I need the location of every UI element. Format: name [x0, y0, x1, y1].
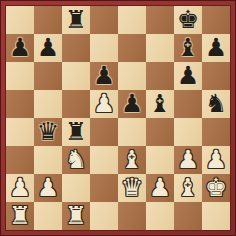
- piece-white-bishop-e3[interactable]: ♝: [121, 147, 143, 174]
- piece-white-pawn-d5[interactable]: ♟: [93, 91, 115, 118]
- square-e6[interactable]: [118, 62, 146, 90]
- piece-white-pawn-g3[interactable]: ♟: [177, 147, 199, 174]
- piece-black-queen-b4[interactable]: ♛: [37, 119, 59, 146]
- piece-black-rook-c4[interactable]: ♜: [65, 119, 87, 146]
- square-g7[interactable]: ♝: [174, 34, 202, 62]
- square-a8[interactable]: [6, 6, 34, 34]
- square-a3[interactable]: [6, 146, 34, 174]
- piece-black-pawn-d6[interactable]: ♟: [93, 63, 115, 90]
- square-d7[interactable]: [90, 34, 118, 62]
- square-e3[interactable]: ♝: [118, 146, 146, 174]
- square-d4[interactable]: [90, 118, 118, 146]
- square-h4[interactable]: [202, 118, 230, 146]
- square-d1[interactable]: [90, 202, 118, 230]
- piece-black-pawn-b7[interactable]: ♟: [37, 35, 59, 62]
- square-h6[interactable]: [202, 62, 230, 90]
- square-b7[interactable]: ♟: [34, 34, 62, 62]
- square-f2[interactable]: ♟: [146, 174, 174, 202]
- square-h1[interactable]: [202, 202, 230, 230]
- square-d6[interactable]: ♟: [90, 62, 118, 90]
- square-g1[interactable]: [174, 202, 202, 230]
- square-f8[interactable]: [146, 6, 174, 34]
- square-b3[interactable]: [34, 146, 62, 174]
- piece-black-knight-h5[interactable]: ♞: [205, 91, 227, 118]
- square-a7[interactable]: ♟: [6, 34, 34, 62]
- square-h8[interactable]: [202, 6, 230, 34]
- piece-black-pawn-g6[interactable]: ♟: [177, 63, 199, 90]
- piece-white-rook-c1[interactable]: ♜: [65, 203, 87, 230]
- piece-white-knight-c3[interactable]: ♞: [65, 147, 87, 174]
- square-c4[interactable]: ♜: [62, 118, 90, 146]
- piece-white-pawn-a2[interactable]: ♟: [9, 175, 31, 202]
- square-d3[interactable]: [90, 146, 118, 174]
- square-a5[interactable]: [6, 90, 34, 118]
- square-b1[interactable]: [34, 202, 62, 230]
- square-g5[interactable]: [174, 90, 202, 118]
- piece-white-rook-a1[interactable]: ♜: [9, 203, 31, 230]
- square-c5[interactable]: [62, 90, 90, 118]
- square-c7[interactable]: [62, 34, 90, 62]
- square-e8[interactable]: [118, 6, 146, 34]
- square-e5[interactable]: ♟: [118, 90, 146, 118]
- square-g6[interactable]: ♟: [174, 62, 202, 90]
- square-g8[interactable]: ♚: [174, 6, 202, 34]
- piece-white-queen-e2[interactable]: ♛: [121, 175, 143, 202]
- square-d5[interactable]: ♟: [90, 90, 118, 118]
- square-d8[interactable]: [90, 6, 118, 34]
- square-c1[interactable]: ♜: [62, 202, 90, 230]
- square-g2[interactable]: ♝: [174, 174, 202, 202]
- piece-black-king-g8[interactable]: ♚: [177, 7, 199, 34]
- square-h2[interactable]: ♚: [202, 174, 230, 202]
- square-e4[interactable]: [118, 118, 146, 146]
- square-c2[interactable]: [62, 174, 90, 202]
- square-c8[interactable]: ♜: [62, 6, 90, 34]
- piece-white-pawn-f2[interactable]: ♟: [149, 175, 171, 202]
- piece-black-bishop-g7[interactable]: ♝: [177, 35, 199, 62]
- square-f5[interactable]: ♝: [146, 90, 174, 118]
- piece-white-pawn-h3[interactable]: ♟: [205, 147, 227, 174]
- square-c3[interactable]: ♞: [62, 146, 90, 174]
- square-g4[interactable]: [174, 118, 202, 146]
- square-a6[interactable]: [6, 62, 34, 90]
- square-b2[interactable]: ♟: [34, 174, 62, 202]
- chess-board: ♜♚♟♟♝♟♟♟♟♟♝♞♛♜♞♝♟♟♟♟♛♟♝♚♜♜: [6, 6, 230, 230]
- square-a1[interactable]: ♜: [6, 202, 34, 230]
- piece-black-pawn-a7[interactable]: ♟: [9, 35, 31, 62]
- square-f4[interactable]: [146, 118, 174, 146]
- square-d2[interactable]: [90, 174, 118, 202]
- piece-black-pawn-h7[interactable]: ♟: [205, 35, 227, 62]
- square-b6[interactable]: [34, 62, 62, 90]
- square-g3[interactable]: ♟: [174, 146, 202, 174]
- square-e7[interactable]: [118, 34, 146, 62]
- square-b4[interactable]: ♛: [34, 118, 62, 146]
- square-e1[interactable]: [118, 202, 146, 230]
- square-b8[interactable]: [34, 6, 62, 34]
- square-c6[interactable]: [62, 62, 90, 90]
- square-f7[interactable]: [146, 34, 174, 62]
- piece-black-bishop-f5[interactable]: ♝: [149, 91, 171, 118]
- square-h5[interactable]: ♞: [202, 90, 230, 118]
- piece-black-rook-c8[interactable]: ♜: [65, 7, 87, 34]
- piece-black-pawn-e5[interactable]: ♟: [121, 91, 143, 118]
- piece-white-pawn-b2[interactable]: ♟: [37, 175, 59, 202]
- square-f3[interactable]: [146, 146, 174, 174]
- square-a2[interactable]: ♟: [6, 174, 34, 202]
- square-f1[interactable]: [146, 202, 174, 230]
- square-f6[interactable]: [146, 62, 174, 90]
- piece-white-bishop-g2[interactable]: ♝: [177, 175, 199, 202]
- square-a4[interactable]: [6, 118, 34, 146]
- square-b5[interactable]: [34, 90, 62, 118]
- piece-white-king-h2[interactable]: ♚: [205, 175, 227, 202]
- square-h7[interactable]: ♟: [202, 34, 230, 62]
- chess-board-frame: ♜♚♟♟♝♟♟♟♟♟♝♞♛♜♞♝♟♟♟♟♛♟♝♚♜♜: [0, 0, 236, 236]
- square-h3[interactable]: ♟: [202, 146, 230, 174]
- square-e2[interactable]: ♛: [118, 174, 146, 202]
